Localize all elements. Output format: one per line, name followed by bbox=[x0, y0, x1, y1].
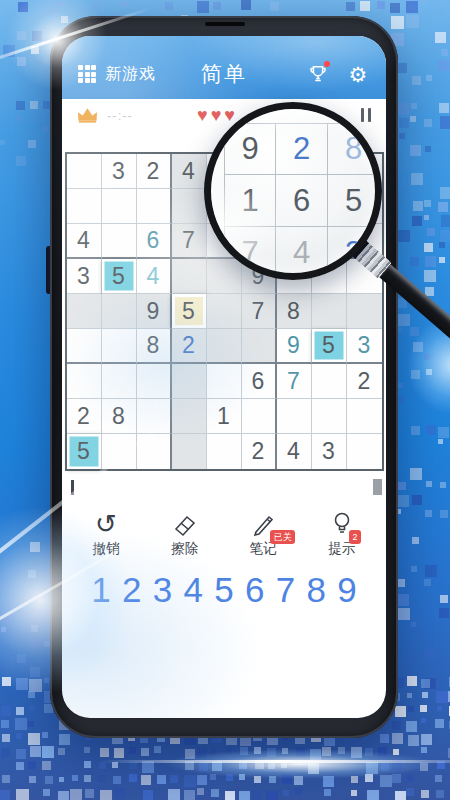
mosaic-pixel bbox=[1, 748, 10, 757]
trophy-button[interactable] bbox=[306, 62, 330, 86]
mosaic-pixel bbox=[30, 746, 41, 757]
mosaic-pixel bbox=[440, 482, 446, 488]
mosaic-pixel bbox=[42, 761, 51, 770]
mosaic-pixel bbox=[425, 510, 432, 517]
erase-button[interactable]: 擦除 bbox=[155, 511, 215, 558]
mosaic-pixel bbox=[397, 103, 409, 115]
magnified-digit: 6 bbox=[276, 175, 328, 227]
number-pad: 123456789 bbox=[62, 558, 386, 610]
mosaic-pixel bbox=[226, 747, 232, 753]
cell-r7c7[interactable]: 7 bbox=[277, 364, 312, 399]
mosaic-pixel bbox=[255, 760, 264, 769]
mosaic-pixel bbox=[346, 2, 355, 11]
mosaic-pixel bbox=[199, 762, 208, 771]
mosaic-pixel bbox=[398, 230, 410, 242]
mosaic-pixel bbox=[240, 747, 248, 755]
mosaic-pixel bbox=[239, 791, 250, 800]
numpad-1[interactable]: 1 bbox=[86, 570, 116, 610]
mosaic-pixel bbox=[398, 608, 410, 620]
mosaic-pixel bbox=[408, 735, 419, 746]
mosaic-pixel bbox=[424, 215, 429, 220]
mosaic-pixel bbox=[0, 790, 10, 800]
mosaic-pixel bbox=[439, 103, 449, 113]
mosaic-pixel bbox=[425, 256, 436, 267]
mosaic-pixel bbox=[424, 200, 431, 207]
mosaic-pixel bbox=[114, 748, 124, 758]
mosaic-pixel bbox=[281, 762, 287, 768]
numpad-7[interactable]: 7 bbox=[271, 570, 301, 610]
cell-r5c1[interactable] bbox=[67, 294, 102, 329]
cell-r9c3[interactable] bbox=[137, 434, 172, 469]
mosaic-pixel bbox=[43, 126, 49, 132]
mosaic-pixel bbox=[168, 789, 180, 800]
mosaic-pixel bbox=[16, 101, 25, 110]
mosaic-pixel bbox=[426, 425, 436, 435]
mosaic-pixel bbox=[32, 31, 42, 41]
mosaic-pixel bbox=[28, 733, 40, 745]
mosaic-pixel bbox=[225, 791, 235, 800]
mosaic-pixel bbox=[1, 627, 6, 632]
mosaic-pixel bbox=[440, 230, 450, 242]
cell-r7c9[interactable]: 2 bbox=[347, 364, 382, 399]
cell-r6c2[interactable] bbox=[102, 329, 137, 364]
mosaic-pixel bbox=[438, 427, 449, 438]
mosaic-pixel bbox=[324, 789, 331, 796]
cell-r6c7[interactable]: 9 bbox=[277, 329, 312, 364]
mosaic-pixel bbox=[185, 749, 195, 759]
cell-r6c5[interactable] bbox=[207, 329, 242, 364]
mosaic-pixel bbox=[437, 761, 445, 769]
cell-r9c1[interactable]: 5 bbox=[67, 434, 102, 469]
cell-r1c3[interactable]: 2 bbox=[137, 154, 172, 189]
numpad-3[interactable]: 3 bbox=[148, 570, 178, 610]
crown-icon bbox=[77, 107, 98, 123]
mosaic-pixel bbox=[378, 747, 387, 756]
mosaic-pixel bbox=[410, 327, 419, 336]
mosaic-pixel bbox=[406, 1, 418, 13]
cell-r6c1[interactable] bbox=[67, 329, 102, 364]
mosaic-pixel bbox=[323, 776, 334, 787]
mosaic-pixel bbox=[129, 761, 137, 769]
numpad-4[interactable]: 4 bbox=[178, 570, 208, 610]
cell-r6c6[interactable] bbox=[242, 329, 277, 364]
mosaic-pixel bbox=[0, 140, 5, 145]
mosaic-pixel bbox=[380, 734, 389, 743]
cell-r2c1[interactable] bbox=[67, 189, 102, 224]
mosaic-pixel bbox=[435, 32, 446, 43]
mosaic-pixel bbox=[310, 749, 321, 760]
mosaic-pixel bbox=[412, 216, 422, 226]
mosaic-pixel bbox=[30, 667, 40, 677]
mosaic-pixel bbox=[421, 747, 427, 753]
mosaic-pixel bbox=[267, 748, 276, 757]
mosaic-pixel bbox=[413, 201, 423, 211]
numpad-2[interactable]: 2 bbox=[117, 570, 147, 610]
cell-r8c3[interactable] bbox=[137, 399, 172, 434]
mosaic-pixel bbox=[112, 762, 118, 768]
cell-r8c8[interactable] bbox=[312, 399, 347, 434]
numpad-8[interactable]: 8 bbox=[301, 570, 331, 610]
mosaic-pixel bbox=[398, 314, 410, 326]
mosaic-pixel bbox=[397, 594, 409, 606]
cell-r1c4[interactable]: 4 bbox=[172, 154, 207, 189]
mosaic-pixel bbox=[395, 706, 406, 717]
mosaic-pixel bbox=[426, 75, 432, 81]
mosaic-pixel bbox=[426, 369, 432, 375]
mosaic-pixel bbox=[412, 537, 419, 544]
mosaic-pixel bbox=[213, 2, 221, 10]
cell-r5c3[interactable]: 9 bbox=[137, 294, 172, 329]
mosaic-pixel bbox=[411, 566, 417, 572]
mosaic-pixel bbox=[441, 49, 448, 56]
mosaic-pixel bbox=[212, 761, 222, 771]
mosaic-pixel bbox=[29, 776, 36, 783]
mosaic-pixel bbox=[16, 707, 24, 715]
hint-count-badge: 2 bbox=[349, 530, 361, 544]
mosaic-pixel bbox=[100, 790, 112, 800]
mosaic-pixel bbox=[1, 612, 12, 623]
cell-r8c9[interactable] bbox=[347, 399, 382, 434]
cell-r8c4[interactable] bbox=[172, 399, 207, 434]
mosaic-pixel bbox=[412, 76, 421, 85]
cell-r5c7[interactable]: 8 bbox=[277, 294, 312, 329]
mosaic-pixel bbox=[165, 2, 173, 10]
mosaic-pixel bbox=[17, 654, 26, 663]
mosaic-pixel bbox=[399, 118, 409, 128]
cell-r3c1[interactable]: 4 bbox=[67, 224, 102, 259]
mosaic-pixel bbox=[438, 60, 449, 71]
cell-r5c6[interactable]: 7 bbox=[242, 294, 277, 329]
mosaic-pixel bbox=[426, 481, 432, 487]
app-header: 新游戏 简单 ⚙ bbox=[62, 36, 386, 99]
mosaic-pixel bbox=[397, 495, 409, 507]
mosaic-pixel bbox=[399, 133, 405, 139]
cell-r9c2[interactable] bbox=[102, 434, 137, 469]
cell-r7c4[interactable] bbox=[172, 364, 207, 399]
cell-r3c2[interactable] bbox=[102, 224, 137, 259]
mosaic-pixel bbox=[425, 650, 434, 659]
cell-r7c6[interactable]: 6 bbox=[242, 364, 277, 399]
mosaic-pixel bbox=[427, 228, 435, 236]
timer: --:-- bbox=[107, 108, 133, 123]
mosaic-pixel bbox=[308, 763, 319, 774]
mosaic-pixel bbox=[413, 342, 423, 352]
mosaic-pixel bbox=[44, 678, 49, 683]
cell-r3c4[interactable]: 7 bbox=[172, 224, 207, 259]
cell-r6c3[interactable]: 8 bbox=[137, 329, 172, 364]
cell-r4c3[interactable]: 4 bbox=[137, 259, 172, 294]
mosaic-pixel bbox=[406, 721, 417, 732]
magnified-digit: 4 bbox=[276, 227, 328, 279]
mosaic-pixel bbox=[435, 719, 444, 728]
mosaic-pixel bbox=[100, 748, 109, 757]
mosaic-pixel bbox=[266, 791, 278, 800]
cell-r1c1[interactable] bbox=[67, 154, 102, 189]
mosaic-pixel bbox=[197, 775, 207, 785]
mosaic-pixel bbox=[30, 101, 38, 109]
mosaic-pixel bbox=[421, 790, 429, 798]
mosaic-pixel bbox=[392, 721, 401, 730]
mosaic-pixel bbox=[393, 749, 399, 755]
grid-menu-icon[interactable] bbox=[78, 65, 96, 83]
new-game-button[interactable]: 新游戏 bbox=[105, 64, 156, 85]
mosaic-pixel bbox=[397, 579, 405, 587]
mosaic-pixel bbox=[425, 565, 437, 577]
mosaic-pixel bbox=[42, 746, 54, 758]
mosaic-pixel bbox=[420, 705, 427, 712]
mosaic-pixel bbox=[30, 639, 39, 648]
earpiece-speaker bbox=[205, 22, 245, 26]
mosaic-pixel bbox=[360, 1, 370, 11]
mosaic-pixel bbox=[440, 116, 450, 129]
mosaic-pixel bbox=[59, 734, 70, 745]
mosaic-pixel bbox=[141, 748, 149, 756]
cell-r2c2[interactable] bbox=[102, 189, 137, 224]
mosaic-pixel bbox=[296, 748, 305, 757]
mosaic-pixel bbox=[367, 790, 379, 800]
mosaic-pixel bbox=[210, 774, 216, 780]
mosaic-pixel bbox=[268, 762, 275, 769]
mosaic-pixel bbox=[84, 761, 91, 768]
toolbar: ↺ 撤销 擦除 bbox=[62, 499, 386, 558]
cell-r8c1[interactable]: 2 bbox=[67, 399, 102, 434]
mosaic-pixel bbox=[377, 1, 385, 9]
cell-r5c9[interactable] bbox=[347, 294, 382, 329]
mosaic-pixel bbox=[424, 119, 432, 127]
cell-r8c7[interactable] bbox=[277, 399, 312, 434]
mosaic-pixel bbox=[380, 775, 392, 787]
mosaic-pixel bbox=[70, 789, 82, 800]
mosaic-pixel bbox=[16, 789, 29, 800]
cell-r6c4[interactable]: 2 bbox=[172, 329, 207, 364]
mosaic-pixel bbox=[31, 625, 38, 632]
mosaic-pixel bbox=[424, 354, 430, 360]
mosaic-pixel bbox=[441, 215, 450, 227]
mosaic-pixel bbox=[28, 761, 36, 769]
mosaic-pixel bbox=[392, 733, 403, 744]
mosaic-pixel bbox=[381, 763, 389, 771]
cell-r9c7[interactable]: 4 bbox=[277, 434, 312, 469]
mosaic-pixel bbox=[254, 747, 261, 754]
undo-icon: ↺ bbox=[76, 511, 136, 537]
mosaic-pixel bbox=[410, 116, 416, 122]
mosaic-pixel bbox=[397, 63, 407, 73]
mosaic-pixel bbox=[16, 762, 24, 770]
hint-button[interactable]: 提示 2 bbox=[312, 511, 372, 558]
cell-r2c4[interactable] bbox=[172, 189, 207, 224]
mosaic-pixel bbox=[2, 677, 11, 686]
mosaic-pixel bbox=[412, 495, 422, 505]
mosaic-pixel bbox=[114, 788, 125, 799]
mosaic-pixel bbox=[439, 242, 445, 248]
cell-r4c1[interactable]: 3 bbox=[67, 259, 102, 294]
mosaic-pixel bbox=[391, 16, 404, 29]
mosaic-pixel bbox=[170, 775, 178, 783]
mosaic-pixel bbox=[436, 691, 448, 703]
settings-button[interactable]: ⚙ bbox=[346, 62, 370, 86]
cell-r5c2[interactable] bbox=[102, 294, 137, 329]
cell-r9c9[interactable] bbox=[347, 434, 382, 469]
mosaic-pixel bbox=[197, 788, 204, 795]
magnified-digit: 2 bbox=[276, 123, 328, 175]
mosaic-pixel bbox=[254, 776, 261, 783]
mosaic-pixel bbox=[351, 747, 362, 758]
cell-r7c5[interactable] bbox=[207, 364, 242, 399]
mosaic-pixel bbox=[365, 748, 373, 756]
mosaic-pixel bbox=[91, 1, 101, 11]
mosaic-pixel bbox=[392, 774, 401, 783]
mosaic-pixel bbox=[410, 468, 422, 480]
cell-r7c1[interactable] bbox=[67, 364, 102, 399]
mosaic-pixel bbox=[410, 145, 421, 156]
scroll-mark bbox=[373, 479, 382, 495]
mosaic-pixel bbox=[17, 57, 26, 66]
magnifying-glass: 928165743 bbox=[204, 102, 382, 280]
mosaic-pixel bbox=[129, 747, 136, 754]
mosaic-pixel bbox=[435, 775, 442, 782]
mosaic-pixel bbox=[270, 2, 279, 11]
cell-r8c6[interactable] bbox=[242, 399, 277, 434]
mosaic-pixel bbox=[2, 775, 10, 783]
gear-icon: ⚙ bbox=[349, 64, 368, 85]
cell-r5c4[interactable]: 5 bbox=[172, 294, 207, 329]
cell-r2c3[interactable] bbox=[137, 189, 172, 224]
mosaic-pixel bbox=[421, 718, 426, 723]
mosaic-pixel bbox=[440, 187, 450, 199]
mosaic-pixel bbox=[421, 734, 432, 745]
mosaic-pixel bbox=[211, 789, 219, 797]
cell-r6c8[interactable]: 5 bbox=[312, 329, 347, 364]
mosaic-pixel bbox=[338, 747, 345, 754]
mosaic-pixel bbox=[269, 776, 276, 783]
mosaic-pixel bbox=[157, 775, 166, 784]
mosaic-pixel bbox=[407, 775, 414, 782]
mosaic-pixel bbox=[411, 622, 416, 627]
mosaic-pixel bbox=[60, 2, 65, 7]
mosaic-pixel bbox=[411, 173, 423, 185]
cell-r7c3[interactable] bbox=[137, 364, 172, 399]
mosaic-pixel bbox=[252, 790, 262, 800]
cell-r5c8[interactable] bbox=[312, 294, 347, 329]
cell-r9c5[interactable] bbox=[207, 434, 242, 469]
mosaic-pixel bbox=[239, 761, 247, 769]
mosaic-pixel bbox=[84, 747, 90, 753]
cell-r3c3[interactable]: 6 bbox=[137, 224, 172, 259]
notes-button[interactable]: 笔记 已关 bbox=[233, 511, 293, 558]
mosaic-pixel bbox=[422, 692, 428, 698]
numpad-6[interactable]: 6 bbox=[240, 570, 270, 610]
mosaic-pixel bbox=[395, 791, 406, 800]
cell-r4c5[interactable] bbox=[207, 259, 242, 294]
cell-r8c2[interactable]: 8 bbox=[102, 399, 137, 434]
pause-button[interactable] bbox=[361, 108, 371, 122]
mosaic-pixel bbox=[28, 721, 34, 727]
mosaic-pixel bbox=[439, 257, 445, 263]
mosaic-pixel bbox=[406, 15, 419, 28]
mosaic-pixel bbox=[440, 510, 448, 518]
cell-r9c4[interactable] bbox=[172, 434, 207, 469]
mosaic-pixel bbox=[438, 439, 443, 444]
notification-dot bbox=[324, 61, 330, 67]
mosaic-pixel bbox=[411, 426, 420, 435]
magnified-digit: 5 bbox=[328, 175, 380, 227]
mosaic-pixel bbox=[351, 790, 357, 796]
mosaic-pixel bbox=[16, 749, 26, 759]
cell-r8c5[interactable]: 1 bbox=[207, 399, 242, 434]
mosaic-pixel bbox=[28, 691, 35, 698]
mosaic-pixel bbox=[294, 776, 303, 785]
mosaic-pixel bbox=[295, 788, 302, 795]
mosaic-pixel bbox=[398, 482, 406, 490]
numpad-5[interactable]: 5 bbox=[209, 570, 239, 610]
mosaic-pixel bbox=[351, 776, 358, 783]
mosaic-pixel bbox=[184, 775, 196, 787]
mosaic-pixel bbox=[425, 146, 431, 152]
cursor-mark bbox=[71, 480, 74, 495]
cell-r4c4[interactable] bbox=[172, 259, 207, 294]
mosaic-pixel bbox=[390, 3, 400, 13]
mosaic-pixel bbox=[122, 2, 127, 7]
mosaic-pixel bbox=[241, 0, 251, 10]
cell-r6c9[interactable]: 3 bbox=[347, 329, 382, 364]
mosaic-pixel bbox=[16, 733, 22, 739]
mosaic-pixel bbox=[424, 579, 431, 586]
mosaic-pixel bbox=[282, 748, 288, 754]
cell-r9c8[interactable]: 3 bbox=[312, 434, 347, 469]
mosaic-pixel bbox=[16, 156, 26, 166]
mosaic-pixel bbox=[411, 370, 420, 379]
mosaic-pixel bbox=[239, 774, 245, 780]
mosaic-pixel bbox=[3, 45, 15, 57]
mosaic-pixel bbox=[28, 140, 36, 148]
mosaic-pixel bbox=[154, 746, 161, 753]
cell-r7c8[interactable] bbox=[312, 364, 347, 399]
below-board-marks bbox=[62, 477, 386, 499]
notes-off-badge: 已关 bbox=[270, 530, 295, 544]
mosaic-pixel bbox=[438, 202, 448, 212]
mosaic-pixel bbox=[45, 776, 53, 784]
mosaic-pixel bbox=[72, 775, 78, 781]
mosaic-pixel bbox=[322, 747, 331, 756]
mosaic-pixel bbox=[184, 790, 195, 800]
mosaic-pixel bbox=[42, 732, 48, 738]
mosaic-pixel bbox=[283, 790, 289, 796]
cell-r9c6[interactable]: 2 bbox=[242, 434, 277, 469]
magnified-digit: 9 bbox=[224, 123, 276, 175]
promo-background: 新游戏 简单 ⚙ bbox=[0, 0, 450, 800]
mosaic-pixel bbox=[28, 570, 36, 578]
mosaic-pixel bbox=[437, 706, 442, 711]
mosaic-pixel bbox=[436, 790, 444, 798]
mosaic-pixel bbox=[406, 788, 414, 796]
mosaic-pixel bbox=[440, 595, 448, 603]
mosaic-pixel bbox=[421, 0, 426, 5]
mosaic-pixel bbox=[424, 243, 433, 252]
cell-r5c5[interactable] bbox=[207, 294, 242, 329]
mosaic-pixel bbox=[99, 762, 106, 769]
mosaic-pixel bbox=[1, 706, 11, 716]
mosaic-pixel bbox=[408, 706, 414, 712]
cell-r7c2[interactable] bbox=[102, 364, 137, 399]
magnified-digit: 1 bbox=[224, 175, 276, 227]
mosaic-pixel bbox=[15, 718, 27, 730]
mosaic-pixel bbox=[58, 791, 69, 800]
numpad-9[interactable]: 9 bbox=[332, 570, 362, 610]
undo-button[interactable]: ↺ 撤销 bbox=[76, 511, 136, 558]
mosaic-pixel bbox=[421, 679, 430, 688]
cell-r1c2[interactable]: 3 bbox=[102, 154, 137, 189]
cell-r4c2[interactable]: 5 bbox=[102, 259, 137, 294]
